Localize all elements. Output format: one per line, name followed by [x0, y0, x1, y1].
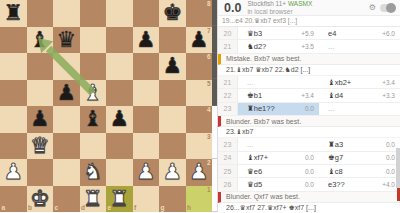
white-queen-b3[interactable]: ♛: [27, 133, 54, 160]
white-move-eval: +5.9: [301, 30, 314, 37]
black-move[interactable]: ♝d4+3.3: [319, 89, 400, 101]
white-pawn-a2[interactable]: ♟: [0, 159, 27, 186]
square-a2[interactable]: ♟: [0, 159, 27, 186]
black-move[interactable]: e4+6.0: [319, 27, 400, 39]
black-move[interactable]: ...: [319, 40, 400, 52]
file-label-h: h: [187, 205, 191, 212]
file-label-e: e: [108, 205, 112, 212]
white-move-san[interactable]: ♛b3: [247, 29, 262, 38]
square-a4[interactable]: [0, 106, 27, 133]
engine-name: Stockfish 11+: [247, 0, 286, 7]
square-b6[interactable]: [27, 53, 54, 80]
move-number: 21: [218, 76, 238, 88]
move-row: 21♞d2?+3.5...: [218, 40, 400, 53]
move-row: 23♜he1??0.0...: [218, 103, 400, 116]
square-f8[interactable]: [133, 0, 160, 27]
square-b7[interactable]: ♝: [27, 27, 54, 54]
black-bishop-b7[interactable]: ♝: [27, 27, 54, 54]
square-b1[interactable]: ♚b: [27, 186, 54, 213]
white-move-san[interactable]: ♜he1??: [247, 104, 275, 113]
board-grid: ♜♚8♝♛♟♟7♟6♟♝5♟♝♟4♛3♟♞♟♟♟2a♚bc♜d♜efg1h: [0, 0, 212, 212]
black-move-eval: 0.0: [386, 168, 395, 175]
square-d1[interactable]: ♜d: [80, 186, 107, 213]
rank-label-2: 2: [207, 160, 211, 167]
white-move-eval: +3.5: [301, 43, 314, 50]
engine-pv-line[interactable]: 19...e4 20.♛xb7 exf3 [...]: [218, 16, 400, 27]
black-pawn-e4[interactable]: ♟: [106, 106, 133, 133]
black-move[interactable]: e3??+4.0: [319, 178, 400, 190]
square-a6[interactable]: [0, 53, 27, 80]
scrollbar-thumb[interactable]: [396, 148, 400, 188]
square-h6[interactable]: 6: [186, 53, 213, 80]
engine-tech: WASMX: [288, 0, 312, 7]
square-c8[interactable]: [53, 0, 80, 27]
white-move-san[interactable]: ♞d2?: [247, 42, 266, 51]
move-number: 26: [218, 178, 238, 190]
file-label-c: c: [55, 205, 59, 212]
eval-gauge-black-share: [212, 0, 217, 106]
move-row: 22♚b1+3.4♝d4+3.3: [218, 89, 400, 102]
black-pawn-g6[interactable]: ♟: [159, 53, 186, 80]
black-move-eval: +4.0: [382, 181, 395, 188]
white-move[interactable]: ...: [238, 138, 319, 150]
square-h1[interactable]: 1h: [186, 186, 213, 213]
square-f4[interactable]: [133, 106, 160, 133]
square-c2[interactable]: [53, 159, 80, 186]
square-d7[interactable]: [80, 27, 107, 54]
black-move[interactable]: ♝c80.0: [319, 165, 400, 177]
black-pawn-c5[interactable]: ♟: [53, 80, 80, 107]
square-c7[interactable]: ♛: [53, 27, 80, 54]
black-move-san[interactable]: ♝d4: [328, 91, 343, 100]
white-move[interactable]: ♞d2?+3.5: [238, 40, 319, 52]
white-move-eval: 0.0: [305, 105, 314, 112]
variation-line[interactable]: 21.♝xb7 ♛xb7 22.♞d2 [...]: [218, 65, 400, 76]
engine-toggle[interactable]: [380, 4, 395, 12]
black-king-g8[interactable]: ♚: [159, 0, 186, 27]
move-number: 24: [218, 152, 238, 164]
square-f6[interactable]: [133, 53, 160, 80]
variation-line[interactable]: 23.♝xb7: [218, 127, 400, 138]
square-d2[interactable]: ♞: [80, 159, 107, 186]
square-h7[interactable]: ♟7: [186, 27, 213, 54]
square-c6[interactable]: [53, 53, 80, 80]
white-move-san[interactable]: ♛e6: [247, 167, 262, 176]
rank-label-1: 1: [207, 187, 211, 194]
black-bishop-d4[interactable]: ♝: [80, 106, 107, 133]
rank-label-4: 4: [207, 107, 211, 114]
square-e8[interactable]: [106, 0, 133, 27]
square-h8[interactable]: 8: [186, 0, 213, 27]
square-d8[interactable]: [80, 0, 107, 27]
square-f3[interactable]: [133, 133, 160, 160]
square-a7[interactable]: [0, 27, 27, 54]
engine-location: in local browser: [247, 8, 368, 15]
file-label-d: d: [81, 205, 85, 212]
rank-label-7: 7: [207, 28, 211, 35]
file-label-a: a: [2, 205, 6, 212]
black-move[interactable]: ♜a30.0: [319, 138, 400, 150]
black-move[interactable]: ♚g70.0: [319, 152, 400, 164]
analysis-panel: 0.0 Stockfish 11+ WASMX in local browser…: [218, 0, 400, 212]
black-move-san[interactable]: ♚g7: [328, 153, 343, 162]
rank-label-5: 5: [207, 81, 211, 88]
black-move-eval: +3.3: [382, 92, 395, 99]
white-move[interactable]: ♛d50.0: [238, 178, 319, 190]
black-move-san[interactable]: ♜a3: [328, 140, 343, 149]
white-move-san[interactable]: ♝xf7+: [247, 153, 268, 162]
square-e5[interactable]: [106, 80, 133, 107]
square-e2[interactable]: [106, 159, 133, 186]
square-e1[interactable]: ♜e: [106, 186, 133, 213]
square-b8[interactable]: [27, 0, 54, 27]
white-move-san[interactable]: ♚b1: [247, 91, 262, 100]
black-move[interactable]: ♝xb2++3.4: [319, 76, 400, 88]
chess-board: ♜♚8♝♛♟♟7♟6♟♝5♟♝♟4♛3♟♞♟♟♟2a♚bc♜d♜efg1h: [0, 0, 212, 212]
white-pawn-f2[interactable]: ♟: [133, 159, 160, 186]
square-b4[interactable]: ♟: [27, 106, 54, 133]
eval-score: 0.0: [224, 1, 241, 15]
move-list: 20♛b3+5.9e4+6.021♞d2?+3.5...Mistake. Bxb…: [218, 27, 400, 212]
square-h3[interactable]: 3: [186, 133, 213, 160]
white-move-eval: 0.0: [305, 181, 314, 188]
rank-label-8: 8: [207, 1, 211, 8]
black-move-san[interactable]: e4: [328, 29, 336, 38]
move-number: 22: [218, 89, 238, 101]
black-pawn-b4[interactable]: ♟: [27, 106, 54, 133]
black-move-san[interactable]: ♝xb2+: [328, 78, 351, 87]
square-d5[interactable]: ♝: [80, 80, 107, 107]
white-knight-d2[interactable]: ♞: [80, 159, 107, 186]
black-rook-a8[interactable]: ♜: [0, 0, 27, 27]
square-g3[interactable]: [159, 133, 186, 160]
rank-label-6: 6: [207, 54, 211, 61]
square-a5[interactable]: [0, 80, 27, 107]
move-number: 20: [218, 27, 238, 39]
black-move-eval: 0.0: [386, 141, 395, 148]
variation-line[interactable]: 26...♛xf7 27.♛xf7+ ♚xf7 [...]: [218, 203, 400, 212]
black-move-san[interactable]: ♝c8: [328, 167, 343, 176]
engine-header: 0.0 Stockfish 11+ WASMX in local browser…: [218, 0, 400, 16]
file-label-b: b: [28, 205, 32, 212]
black-move-eval: +6.0: [382, 30, 395, 37]
white-move-eval: +3.4: [301, 92, 314, 99]
white-pawn-g2[interactable]: ♟: [159, 159, 186, 186]
square-b3[interactable]: ♛: [27, 133, 54, 160]
white-move[interactable]: ♛b3+5.9: [238, 27, 319, 39]
white-move-san[interactable]: ...: [247, 78, 253, 87]
move-number: 23: [218, 103, 238, 115]
white-move[interactable]: ♜he1??0.0: [238, 103, 319, 115]
black-move-eval: 0.0: [386, 154, 395, 161]
square-a1[interactable]: a: [0, 186, 27, 213]
blunder-comment: Blunder. Bxb7 was best.: [218, 116, 400, 128]
square-g6[interactable]: ♟: [159, 53, 186, 80]
blunder-comment: Blunder. Qxf7 was best.: [218, 192, 400, 204]
white-move-eval: 0.0: [305, 168, 314, 175]
move-row: 26♛d50.0e3??+4.0: [218, 178, 400, 191]
square-d4[interactable]: ♝: [80, 106, 107, 133]
square-g8[interactable]: ♚: [159, 0, 186, 27]
chess-analysis-app: ♜♚8♝♛♟♟7♟6♟♝5♟♝♟4♛3♟♞♟♟♟2a♚bc♜d♜efg1h 0.…: [0, 0, 400, 212]
square-g1[interactable]: g: [159, 186, 186, 213]
square-f5[interactable]: [133, 80, 160, 107]
white-move-san[interactable]: ♛d5: [247, 180, 262, 189]
square-g4[interactable]: [159, 106, 186, 133]
square-b5[interactable]: [27, 80, 54, 107]
square-c4[interactable]: [53, 106, 80, 133]
move-number: 25: [218, 165, 238, 177]
square-d3[interactable]: [80, 133, 107, 160]
move-row: 24♝xf7+0.0♚g70.0: [218, 152, 400, 165]
square-h5[interactable]: 5: [186, 80, 213, 107]
move-row: 25♛e60.0♝c80.0: [218, 165, 400, 178]
white-move[interactable]: ♚b1+3.4: [238, 89, 319, 101]
square-e7[interactable]: [106, 27, 133, 54]
move-row: 21...♝xb2++3.4: [218, 76, 400, 89]
square-e6[interactable]: [106, 53, 133, 80]
square-e4[interactable]: ♟: [106, 106, 133, 133]
square-g7[interactable]: [159, 27, 186, 54]
black-move-san[interactable]: ...: [328, 42, 334, 51]
black-move-san[interactable]: e3??: [328, 180, 345, 189]
square-f7[interactable]: ♟: [133, 27, 160, 54]
black-move-san[interactable]: ...: [328, 104, 334, 113]
square-h2[interactable]: ♟2: [186, 159, 213, 186]
move-number: 21: [218, 40, 238, 52]
square-c3[interactable]: [53, 133, 80, 160]
mistake-comment: Mistake. Bxb7 was best.: [218, 54, 400, 66]
white-bishop-d5[interactable]: ♝: [80, 80, 107, 107]
square-f2[interactable]: ♟: [133, 159, 160, 186]
engine-info: Stockfish 11+ WASMX in local browser: [247, 0, 368, 14]
square-a3[interactable]: [0, 133, 27, 160]
white-move[interactable]: ♛e60.0: [238, 165, 319, 177]
move-number: 23: [218, 138, 238, 150]
square-d6[interactable]: [80, 53, 107, 80]
black-move-eval: +3.4: [382, 79, 395, 86]
square-e3[interactable]: [106, 133, 133, 160]
rank-label-3: 3: [207, 134, 211, 141]
white-move-eval: 0.0: [305, 154, 314, 161]
white-move[interactable]: ♝xf7+0.0: [238, 152, 319, 164]
move-row: 23...♜a30.0: [218, 138, 400, 151]
move-row: 20♛b3+5.9e4+6.0: [218, 27, 400, 40]
gear-icon[interactable]: ⚙: [369, 4, 376, 12]
square-g5[interactable]: [159, 80, 186, 107]
black-queen-c7[interactable]: ♛: [53, 27, 80, 54]
square-a8[interactable]: ♜: [0, 0, 27, 27]
square-h4[interactable]: 4: [186, 106, 213, 133]
square-b2[interactable]: [27, 159, 54, 186]
white-move[interactable]: ...: [238, 76, 319, 88]
file-label-f: f: [134, 205, 136, 212]
file-label-g: g: [161, 205, 165, 212]
black-pawn-f7[interactable]: ♟: [133, 27, 160, 54]
white-move-san[interactable]: ...: [247, 140, 253, 149]
black-move[interactable]: ...: [319, 103, 400, 115]
square-f1[interactable]: f: [133, 186, 160, 213]
square-c1[interactable]: c: [53, 186, 80, 213]
square-c5[interactable]: ♟: [53, 80, 80, 107]
square-g2[interactable]: ♟: [159, 159, 186, 186]
